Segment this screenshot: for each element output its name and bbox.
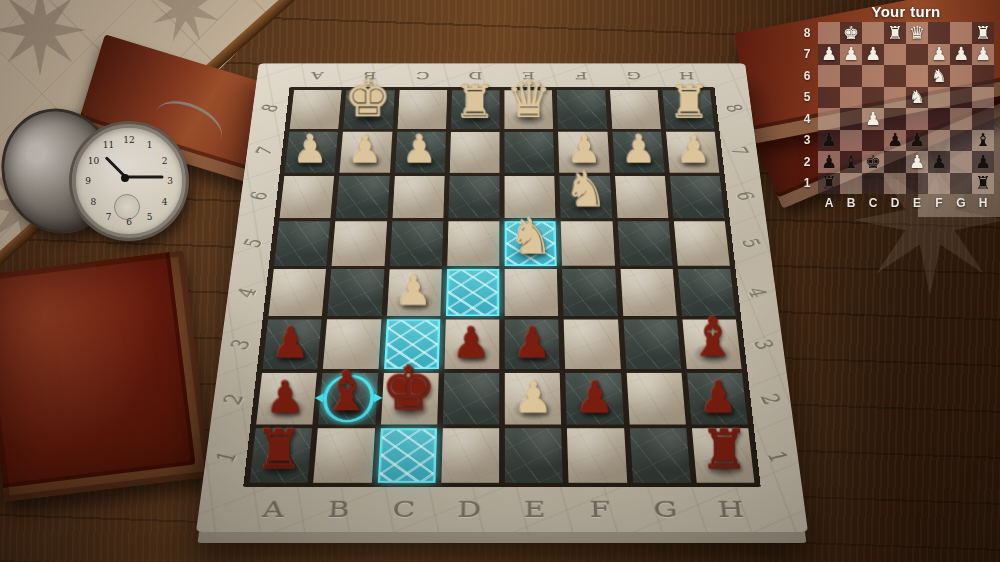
watch-numeral-5: 5 [144, 211, 156, 223]
file-label-far-A: A [290, 63, 345, 87]
watch-numeral-12: 12 [123, 134, 135, 146]
square-g5[interactable] [617, 221, 672, 266]
mini-square-d1 [884, 173, 906, 195]
mini-piece-cream-rook-d8: ♜ [887, 24, 903, 42]
mini-corner-spacer [796, 194, 818, 210]
mini-square-a5 [818, 87, 840, 109]
mini-piece-cream-king-b8: ♚ [843, 24, 859, 42]
mini-square-f6: ♞ [928, 65, 950, 87]
file-label-far-F: F [554, 63, 608, 87]
mini-rank-label-8: 8 [796, 22, 818, 44]
square-g6[interactable] [615, 176, 669, 219]
mini-square-a6 [818, 65, 840, 87]
square-g3[interactable] [623, 320, 681, 369]
square-e4[interactable] [505, 269, 559, 316]
mini-file-label-H: H [972, 194, 994, 210]
mini-square-g5 [950, 87, 972, 109]
square-f8[interactable] [557, 90, 607, 129]
mini-piece-cream-pawn-h7: ♟ [975, 45, 991, 63]
square-b4[interactable] [328, 269, 384, 316]
square-c4[interactable]: ♟ [387, 269, 442, 316]
chess-board-3d: ABCDEFGH 87654321 ♚♜♛♜♟♟♟♟♟♟♞♞♟♟♟♟♝♟♝♚♟♟… [196, 63, 808, 532]
mini-square-h7: ♟ [972, 44, 994, 66]
piece-red-pawn-e3[interactable]: ♟ [513, 321, 551, 364]
mini-square-g3 [950, 130, 972, 152]
file-label-near-E: E [502, 487, 568, 532]
mini-square-c6 [862, 65, 884, 87]
square-f3[interactable] [564, 320, 620, 369]
square-c7[interactable]: ♟ [395, 132, 446, 173]
square-f1[interactable] [567, 428, 627, 483]
watch-center-pin [121, 174, 129, 182]
piece-cream-pawn-c7[interactable]: ♟ [402, 130, 437, 169]
mini-square-a2: ♟ [818, 151, 840, 173]
file-label-near-F: F [567, 487, 634, 532]
mini-piece-cream-pawn-b7: ♟ [843, 45, 859, 63]
mini-square-h2: ♟ [972, 151, 994, 173]
piece-cream-knight-f6[interactable]: ♞ [565, 166, 608, 214]
watch-numeral-1: 1 [144, 139, 156, 151]
watch-minute-hand [126, 176, 164, 179]
mini-file-label-B: B [840, 194, 862, 210]
square-g7[interactable]: ♟ [612, 132, 664, 173]
mini-piece-cream-pawn-e2: ♟ [909, 153, 925, 171]
mini-piece-cream-knight-e5: ♞ [909, 88, 925, 106]
file-label-far-C: C [396, 63, 450, 87]
mini-square-c7: ♟ [862, 44, 884, 66]
mini-square-c8 [862, 22, 884, 44]
mini-square-d5 [884, 87, 906, 109]
mini-rank-label-4: 4 [796, 108, 818, 130]
mini-square-c2: ♚ [862, 151, 884, 173]
mini-square-f4 [928, 108, 950, 130]
mini-file-label-A: A [818, 194, 840, 210]
turn-indicator: Your turn [818, 3, 994, 20]
mini-piece-red-bishop-h3: ♝ [975, 131, 991, 149]
mini-file-label-D: D [884, 194, 906, 210]
watch-numeral-11: 11 [103, 139, 115, 151]
mini-board: 8♚♜♛♜7♟♟♟♟♟♟6♞5♞4♟3♟♟♟♝2♟♝♚♟♟♟1♜♜ABCDEFG… [796, 22, 994, 210]
square-f5[interactable] [561, 221, 615, 266]
mini-piece-red-pawn-h2: ♟ [975, 153, 991, 171]
mini-square-b6 [840, 65, 862, 87]
mini-piece-red-pawn-e3: ♟ [909, 131, 925, 149]
square-e3[interactable]: ♟ [505, 320, 560, 369]
file-label-far-D: D [449, 63, 502, 87]
square-c1[interactable] [377, 428, 437, 483]
mini-piece-cream-knight-f6: ♞ [931, 67, 947, 85]
piece-cream-knight-e5[interactable]: ♞ [509, 212, 553, 261]
square-b7[interactable]: ♟ [340, 132, 392, 173]
mini-square-d6 [884, 65, 906, 87]
square-g4[interactable] [620, 269, 676, 316]
mini-square-a1: ♜ [818, 173, 840, 195]
square-g1[interactable] [629, 428, 690, 483]
square-d3[interactable]: ♟ [444, 320, 499, 369]
mini-square-e3: ♟ [906, 130, 928, 152]
file-label-near-H: H [696, 487, 766, 532]
mini-piece-red-pawn-a2: ♟ [821, 153, 837, 171]
file-label-far-G: G [607, 63, 662, 87]
book-bottom-left [0, 250, 211, 502]
mini-square-e5: ♞ [906, 87, 928, 109]
watch-numeral-3: 3 [164, 175, 176, 187]
mini-square-d2 [884, 151, 906, 173]
square-d6[interactable] [448, 176, 499, 219]
square-b8[interactable]: ♚ [343, 90, 394, 129]
mini-piece-cream-pawn-f7: ♟ [931, 45, 947, 63]
watch-numeral-8: 8 [87, 196, 99, 208]
piece-red-pawn-d3[interactable]: ♟ [453, 321, 491, 364]
square-b1[interactable] [313, 428, 374, 483]
mini-square-d7 [884, 44, 906, 66]
game-scene: 121234567891011 ABCDEFGH 87654321 ♚♜♛♜♟♟… [0, 0, 1000, 562]
watch-numeral-7: 7 [103, 211, 115, 223]
mini-square-f8 [928, 22, 950, 44]
square-f6[interactable]: ♞ [560, 176, 612, 219]
mini-rank-label-5: 5 [796, 87, 818, 109]
mini-file-label-F: F [928, 194, 950, 210]
mini-piece-red-bishop-b2: ♝ [843, 153, 859, 171]
square-b6[interactable] [336, 176, 390, 219]
watch-numeral-9: 9 [82, 175, 94, 187]
mini-file-label-C: C [862, 194, 884, 210]
file-label-near-A: A [238, 487, 308, 532]
square-e1[interactable] [505, 428, 563, 483]
mini-square-b7: ♟ [840, 44, 862, 66]
mini-rank-label-2: 2 [796, 151, 818, 173]
square-c5[interactable] [389, 221, 443, 266]
file-label-far-H: H [659, 63, 714, 87]
mini-square-b8: ♚ [840, 22, 862, 44]
file-label-near-C: C [370, 487, 437, 532]
mini-square-b4 [840, 108, 862, 130]
mini-square-h5 [972, 87, 994, 109]
square-e5[interactable]: ♞ [505, 221, 557, 266]
square-c8[interactable] [397, 90, 447, 129]
mini-piece-red-rook-a1: ♜ [821, 174, 837, 192]
piece-cream-pawn-e2[interactable]: ♟ [513, 375, 552, 419]
mini-square-b1 [840, 173, 862, 195]
square-e2[interactable]: ♟ [505, 372, 562, 424]
mini-piece-red-pawn-d3: ♟ [887, 131, 903, 149]
watch-numeral-2: 2 [159, 155, 171, 167]
square-d8[interactable]: ♜ [451, 90, 500, 129]
mini-piece-red-king-c2: ♚ [865, 153, 881, 171]
piece-red-bishop-b2[interactable]: ♝ [322, 364, 371, 419]
mini-piece-cream-queen-e8: ♛ [909, 24, 925, 42]
mini-piece-cream-pawn-c4: ♟ [865, 110, 881, 128]
mini-file-label-E: E [906, 194, 928, 210]
mini-square-c5 [862, 87, 884, 109]
mini-square-b2: ♝ [840, 151, 862, 173]
mini-square-f3 [928, 130, 950, 152]
mini-square-d8: ♜ [884, 22, 906, 44]
watch-numeral-6: 6 [123, 216, 135, 228]
mini-piece-red-pawn-f2: ♟ [931, 153, 947, 171]
piece-cream-pawn-c4[interactable]: ♟ [395, 270, 432, 312]
file-labels-near: ABCDEFGH [238, 487, 766, 532]
board-grid: ♚♜♛♜♟♟♟♟♟♟♞♞♟♟♟♟♝♟♝♚♟♟♟♜♜ [243, 87, 761, 487]
file-label-near-G: G [631, 487, 700, 532]
square-b2[interactable]: ♝ [318, 372, 377, 424]
mini-square-e6 [906, 65, 928, 87]
mini-square-h4 [972, 108, 994, 130]
mini-square-b5 [840, 87, 862, 109]
file-label-far-B: B [343, 63, 398, 87]
mini-piece-cream-pawn-a7: ♟ [821, 45, 837, 63]
square-c6[interactable] [392, 176, 444, 219]
mini-square-e4 [906, 108, 928, 130]
square-d4[interactable] [446, 269, 500, 316]
square-d7[interactable] [450, 132, 500, 173]
mini-square-h8: ♜ [972, 22, 994, 44]
square-e7[interactable] [504, 132, 554, 173]
mini-rank-label-7: 7 [796, 44, 818, 66]
file-labels-far: ABCDEFGH [290, 63, 715, 87]
mini-square-e2: ♟ [906, 151, 928, 173]
square-c2[interactable]: ♚ [381, 372, 439, 424]
square-e8[interactable]: ♛ [504, 90, 553, 129]
mini-square-f1 [928, 173, 950, 195]
piece-cream-pawn-b7[interactable]: ♟ [348, 130, 383, 169]
square-d2[interactable] [443, 372, 500, 424]
square-f2[interactable]: ♟ [565, 372, 623, 424]
piece-cream-pawn-g7[interactable]: ♟ [622, 130, 657, 169]
mini-square-g8 [950, 22, 972, 44]
mini-square-f2: ♟ [928, 151, 950, 173]
mini-piece-red-rook-h1: ♜ [975, 174, 991, 192]
mini-square-g1 [950, 173, 972, 195]
watch-face: 121234567891011 [72, 124, 186, 238]
mini-piece-red-pawn-a3: ♟ [821, 131, 837, 149]
mini-square-f7: ♟ [928, 44, 950, 66]
mini-square-e7 [906, 44, 928, 66]
file-label-near-B: B [304, 487, 373, 532]
mini-square-c3 [862, 130, 884, 152]
mini-rank-label-3: 3 [796, 130, 818, 152]
mini-square-g7: ♟ [950, 44, 972, 66]
piece-red-pawn-f2[interactable]: ♟ [575, 375, 614, 419]
mini-square-c4: ♟ [862, 108, 884, 130]
mini-square-a7: ♟ [818, 44, 840, 66]
pocket-watch: 121234567891011 [2, 98, 192, 243]
square-d1[interactable] [441, 428, 499, 483]
mini-piece-cream-rook-h8: ♜ [975, 24, 991, 42]
marble-board-slab: ABCDEFGH 87654321 ♚♜♛♜♟♟♟♟♟♟♞♞♟♟♟♟♝♟♝♚♟♟… [196, 63, 808, 532]
mini-square-a4 [818, 108, 840, 130]
mini-square-h3: ♝ [972, 130, 994, 152]
mini-piece-cream-pawn-c7: ♟ [865, 45, 881, 63]
mini-square-b3 [840, 130, 862, 152]
square-f4[interactable] [562, 269, 617, 316]
square-g2[interactable] [626, 372, 685, 424]
mini-square-g6 [950, 65, 972, 87]
square-b5[interactable] [332, 221, 387, 266]
mini-square-g2 [950, 151, 972, 173]
mini-square-h6 [972, 65, 994, 87]
piece-red-king-c2[interactable]: ♚ [382, 358, 437, 419]
mini-square-d3: ♟ [884, 130, 906, 152]
mini-piece-cream-pawn-g7: ♟ [953, 45, 969, 63]
mini-square-a3: ♟ [818, 130, 840, 152]
mini-square-h1: ♜ [972, 173, 994, 195]
mini-square-f5 [928, 87, 950, 109]
mini-square-e8: ♛ [906, 22, 928, 44]
mini-square-c1 [862, 173, 884, 195]
mini-square-a8 [818, 22, 840, 44]
file-label-far-E: E [502, 63, 555, 87]
square-g8[interactable] [610, 90, 661, 129]
mini-square-e1 [906, 173, 928, 195]
mini-rank-label-6: 6 [796, 65, 818, 87]
watch-numeral-4: 4 [159, 196, 171, 208]
mini-square-d4 [884, 108, 906, 130]
file-label-near-D: D [436, 487, 502, 532]
square-d5[interactable] [447, 221, 499, 266]
mini-file-label-G: G [950, 194, 972, 210]
mini-square-g4 [950, 108, 972, 130]
watch-numeral-10: 10 [87, 155, 99, 167]
mini-rank-label-1: 1 [796, 173, 818, 195]
